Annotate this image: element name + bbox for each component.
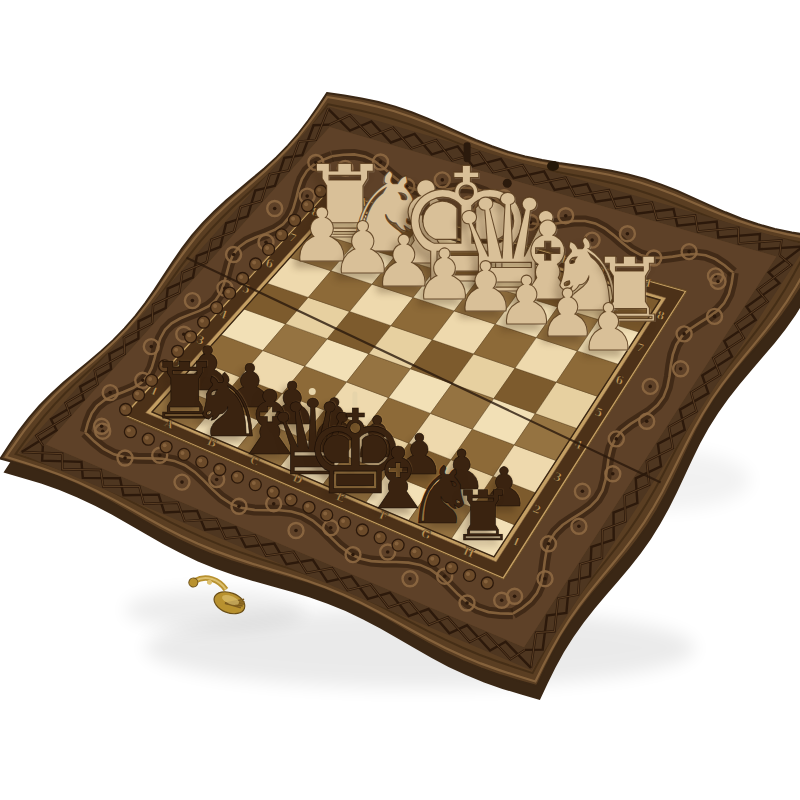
chess-box-photo: AABBCCDDEEFFGGHH1122334455667788 [0, 0, 800, 800]
product-photo: AABBCCDDEEFFGGHH1122334455667788 ♜♞♝♟♚♟♛… [0, 0, 800, 800]
hinge-knob [547, 161, 559, 171]
